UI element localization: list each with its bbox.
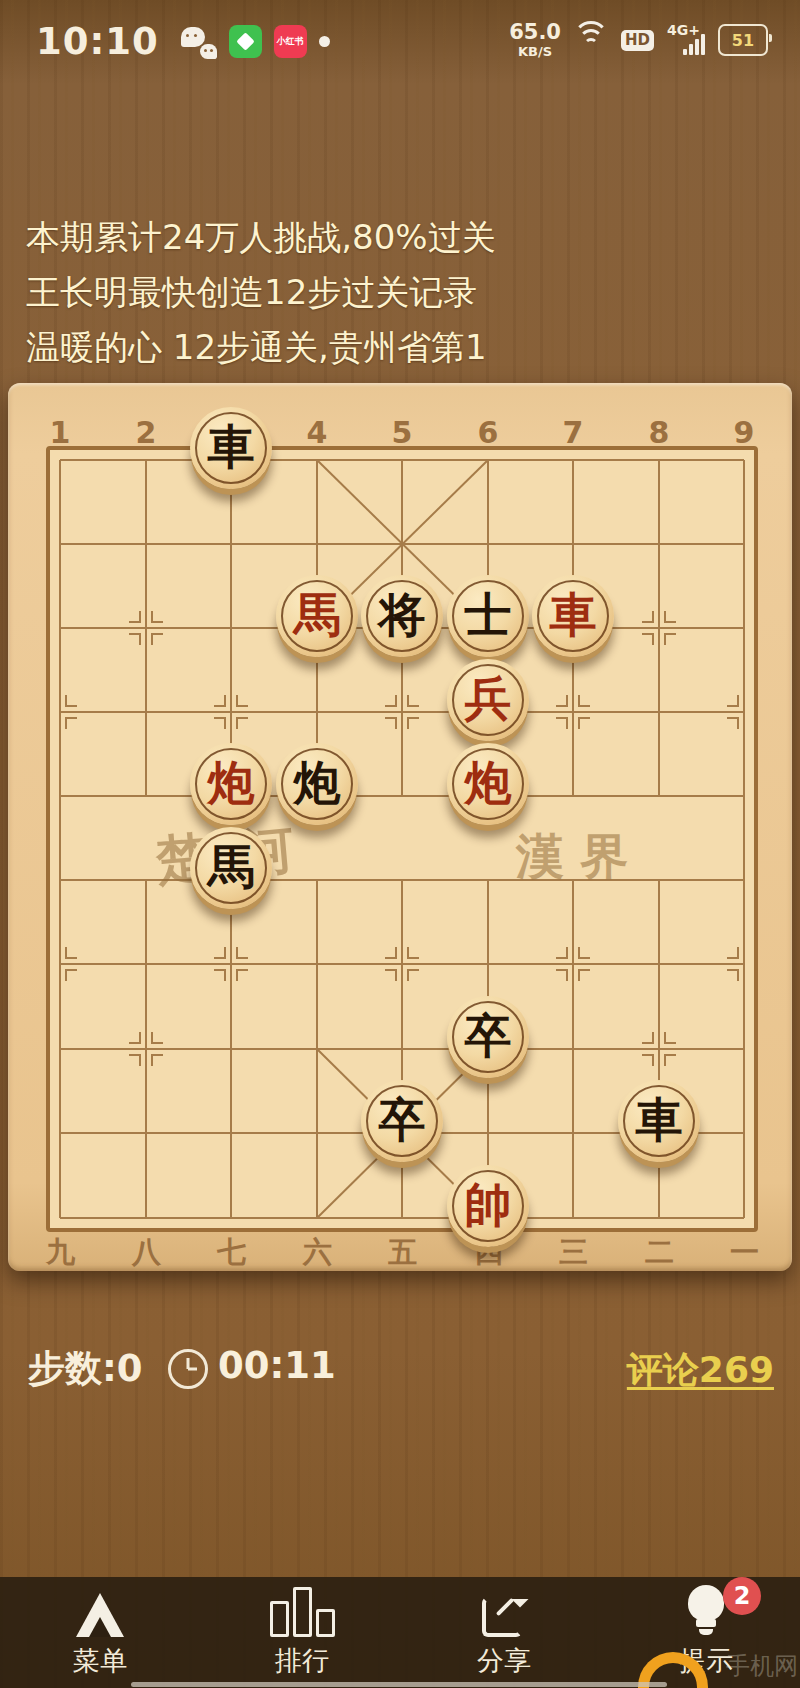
xiaohongshu-app-icon: 小红书 [274,25,307,58]
wechat-icon [181,25,217,59]
nav-menu-button[interactable]: 菜单 [40,1585,160,1679]
file-label-bottom-9: 九 [46,1233,74,1273]
piece-black-horse[interactable]: 馬 [190,827,272,909]
share-icon [482,1593,526,1637]
piece-black-general[interactable]: 将 [361,575,443,657]
file-label-top-5: 5 [388,415,416,450]
clock-time: 10:10 [36,20,159,63]
file-label-bottom-6: 六 [303,1233,331,1273]
announcement-banner: 本期累计24万人挑战,80%过关 王长明最快创造12步过关记录 温暖的心 12步… [26,210,774,375]
ranking-icon [270,1587,335,1637]
piece-black-advisor[interactable]: 士 [447,575,529,657]
notification-dot-icon [319,36,330,47]
piece-red-cannon-a[interactable]: 炮 [190,743,272,825]
file-label-bottom-5: 五 [388,1233,416,1273]
wifi-icon [574,26,608,54]
piece-black-cannon[interactable]: 炮 [276,743,358,825]
timer-icon [168,1349,208,1389]
announcement-line-1: 本期累计24万人挑战,80%过关 [26,210,774,265]
file-label-top-9: 9 [730,415,758,450]
piece-red-horse[interactable]: 馬 [276,575,358,657]
piece-red-cannon-b[interactable]: 炮 [447,743,529,825]
piece-black-soldier-b[interactable]: 卒 [361,1080,443,1162]
file-label-bottom-8: 八 [132,1233,160,1273]
file-label-top-1: 1 [46,415,74,450]
file-label-bottom-1: 一 [730,1233,758,1273]
game-info-row: 步数:0 00:11 评论269 [0,1344,800,1392]
file-label-bottom-3: 三 [559,1233,587,1273]
file-label-top-4: 4 [303,415,331,450]
menu-icon [74,1591,126,1637]
status-bar: 10:10 小红书 65.0 KB/S HD 4G+ 51 [0,20,800,68]
hd-icon: HD [621,30,654,51]
file-label-top-7: 7 [559,415,587,450]
announcement-line-3: 温暖的心 12步通关,贵州省第1 [26,320,774,375]
piece-red-soldier[interactable]: 兵 [447,659,529,741]
file-label-bottom-7: 七 [217,1233,245,1273]
green-app-icon [229,25,262,58]
nav-ranking-button[interactable]: 排行 [242,1585,362,1679]
move-counter: 步数:0 [28,1344,143,1394]
network-speed: 65.0 KB/S [509,22,561,58]
bottom-nav-bar: 菜单 排行 分享 提示 2 手机网 [0,1577,800,1688]
piece-black-chariot-a[interactable]: 車 [190,407,272,489]
watermark-text: 手机网 [726,1650,798,1682]
hint-badge: 2 [723,1577,761,1615]
piece-red-chariot[interactable]: 車 [532,575,614,657]
cellular-signal-icon: 4G+ [667,25,705,55]
file-label-top-6: 6 [474,415,502,450]
xiangqi-board[interactable]: 1 2 3 4 5 6 7 8 9 九 八 七 六 五 四 三 二 一 楚河 漢… [8,383,792,1271]
piece-red-general[interactable]: 帥 [447,1165,529,1247]
piece-black-soldier-a[interactable]: 卒 [447,996,529,1078]
lightbulb-icon [686,1585,726,1637]
timer-value: 00:11 [218,1344,336,1387]
announcement-line-2: 王长明最快创造12步过关记录 [26,265,774,320]
file-label-top-8: 8 [645,415,673,450]
home-indicator [131,1682,667,1687]
comments-link[interactable]: 评论269 [627,1346,774,1395]
piece-black-chariot-b[interactable]: 車 [618,1080,700,1162]
file-label-bottom-2: 二 [645,1233,673,1273]
battery-icon: 51 [718,24,768,56]
nav-share-button[interactable]: 分享 [444,1585,564,1679]
file-label-top-2: 2 [132,415,160,450]
river-text-han-jie: 漢界 [516,825,644,889]
